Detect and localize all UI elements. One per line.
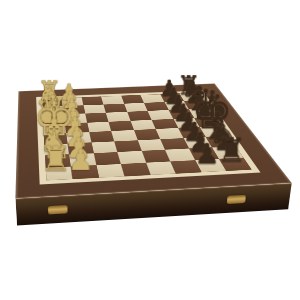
board-frame: ♜♞♝♛♚♝♞♜♟♟♟♟♟♟♟♟♟♟♟♟♟♟♟♟♜♞♝♛♚♝♞♜ xyxy=(15,83,291,198)
square-e5 xyxy=(134,129,161,140)
square-g5 xyxy=(142,150,171,163)
piece-black-pawn-h7: ♟ xyxy=(180,140,234,168)
chess-set-photo: ♜♞♝♛♚♝♞♜♟♟♟♟♟♟♟♟♟♟♟♟♟♟♟♟♜♞♝♛♚♝♞♜ xyxy=(0,0,300,300)
square-d5 xyxy=(130,120,156,130)
chess-board: ♜♞♝♛♚♝♞♜♟♟♟♟♟♟♟♟♟♟♟♟♟♟♟♟♜♞♝♛♚♝♞♜ xyxy=(15,83,291,198)
square-h5 xyxy=(146,161,176,175)
square-h1: ♜ xyxy=(46,166,73,180)
square-h4 xyxy=(121,162,150,176)
piece-white-rook-h1: ♜ xyxy=(28,142,83,176)
brass-clasp-right-clasp xyxy=(226,195,245,204)
board-grid: ♜♞♝♛♚♝♞♜♟♟♟♟♟♟♟♟♟♟♟♟♟♟♟♟♜♞♝♛♚♝♞♜ xyxy=(36,90,260,184)
brass-clasp-left-clasp xyxy=(48,205,68,214)
square-f5 xyxy=(138,139,166,151)
square-h7: ♟ xyxy=(195,159,227,173)
